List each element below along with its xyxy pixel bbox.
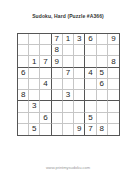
cell-r1c9: 9 — [108, 34, 119, 45]
cell-r8c1 — [18, 113, 29, 124]
cell-r9c4 — [52, 124, 63, 135]
cell-r2c4: 8 — [52, 45, 63, 56]
cell-r9c6: 9 — [74, 124, 85, 135]
cell-r8c7: 5 — [85, 113, 96, 124]
cell-r5c9 — [108, 79, 119, 90]
cell-r2c2 — [29, 45, 40, 56]
cell-r3c8 — [97, 56, 108, 67]
cell-r1c7: 6 — [85, 34, 96, 45]
cell-r3c1 — [18, 56, 29, 67]
cell-r8c8 — [97, 113, 108, 124]
cell-r5c8: 6 — [97, 79, 108, 90]
cell-r3c7 — [85, 56, 96, 67]
cell-r1c3 — [40, 34, 51, 45]
cell-r8c5 — [63, 113, 74, 124]
cell-r4c4 — [52, 68, 63, 79]
cell-r8c6 — [74, 113, 85, 124]
cell-r9c2: 5 — [29, 124, 40, 135]
cell-r1c4: 7 — [52, 34, 63, 45]
cell-r3c3: 7 — [40, 56, 51, 67]
cell-r3c2: 1 — [29, 56, 40, 67]
cell-r3c9: 8 — [108, 56, 119, 67]
cell-r3c5 — [63, 56, 74, 67]
cell-r6c1: 8 — [18, 90, 29, 101]
cell-r6c8 — [97, 90, 108, 101]
cell-r9c5 — [63, 124, 74, 135]
cell-r7c7 — [85, 101, 96, 112]
cell-r4c8: 5 — [97, 68, 108, 79]
cell-r5c7 — [85, 79, 96, 90]
cell-r4c5: 7 — [63, 68, 74, 79]
cell-r9c1 — [18, 124, 29, 135]
cell-r4c9 — [108, 68, 119, 79]
cell-r5c3: 4 — [40, 79, 51, 90]
cell-r6c4 — [52, 90, 63, 101]
cell-r9c9 — [108, 124, 119, 135]
cell-r7c9 — [108, 101, 119, 112]
cell-r7c4 — [52, 101, 63, 112]
cell-r6c9 — [108, 90, 119, 101]
page-title: Sudoku, Hard (Puzzle #A366) — [0, 13, 136, 19]
cell-r5c6 — [74, 79, 85, 90]
cell-r1c1 — [18, 34, 29, 45]
cell-r6c2 — [29, 90, 40, 101]
cell-r4c7: 4 — [85, 68, 96, 79]
cell-r2c7 — [85, 45, 96, 56]
cell-r1c2 — [29, 34, 40, 45]
cell-r7c6 — [74, 101, 85, 112]
cell-r8c2 — [29, 113, 40, 124]
cell-r3c4: 9 — [52, 56, 63, 67]
cell-r5c4 — [52, 79, 63, 90]
cell-r2c8 — [97, 45, 108, 56]
cell-r7c8 — [97, 101, 108, 112]
cell-r5c1 — [18, 79, 29, 90]
cell-r4c2 — [29, 68, 40, 79]
cell-r6c7 — [85, 90, 96, 101]
cell-r1c6: 3 — [74, 34, 85, 45]
cell-r6c3 — [40, 90, 51, 101]
cell-r2c9 — [108, 45, 119, 56]
cell-r4c1: 6 — [18, 68, 29, 79]
cell-r1c5: 1 — [63, 34, 74, 45]
cell-r3c6 — [74, 56, 85, 67]
cell-r9c8: 8 — [97, 124, 108, 135]
sudoku-board: 7136981798674546833655978 — [17, 33, 120, 136]
cell-r8c9 — [108, 113, 119, 124]
cell-r2c6 — [74, 45, 85, 56]
cell-r6c6 — [74, 90, 85, 101]
cell-r2c5 — [63, 45, 74, 56]
cell-r4c6 — [74, 68, 85, 79]
cell-r5c5 — [63, 79, 74, 90]
cell-r1c8 — [97, 34, 108, 45]
footer-url: www.printmysudoku.com — [0, 165, 136, 170]
cell-r8c4 — [52, 113, 63, 124]
cell-r7c2: 3 — [29, 101, 40, 112]
cell-r2c1 — [18, 45, 29, 56]
cell-r9c7: 7 — [85, 124, 96, 135]
cell-r7c1 — [18, 101, 29, 112]
cell-r7c3 — [40, 101, 51, 112]
cell-r4c3 — [40, 68, 51, 79]
cell-r5c2 — [29, 79, 40, 90]
cell-r7c5 — [63, 101, 74, 112]
cell-r8c3: 6 — [40, 113, 51, 124]
cell-r9c3 — [40, 124, 51, 135]
cell-r6c5: 3 — [63, 90, 74, 101]
sudoku-page: Sudoku, Hard (Puzzle #A366) 713698179867… — [0, 0, 136, 176]
cell-r2c3 — [40, 45, 51, 56]
